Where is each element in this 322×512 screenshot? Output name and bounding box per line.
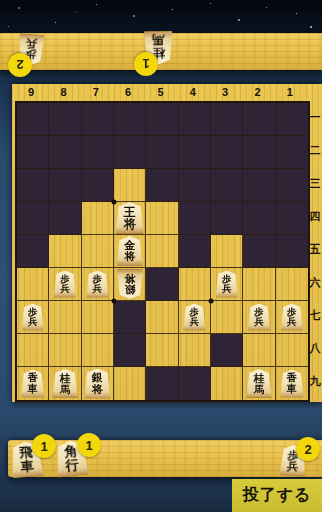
square-9-2 bbox=[17, 136, 49, 169]
file-label: 7 bbox=[80, 85, 112, 100]
square-6-1 bbox=[114, 103, 146, 136]
square-6-3[interactable] bbox=[114, 169, 146, 202]
square-4-4 bbox=[179, 202, 211, 235]
square-9-7[interactable]: 歩 兵 bbox=[17, 301, 49, 334]
square-9-4 bbox=[17, 202, 49, 235]
piece-G-sente[interactable]: 金 将 bbox=[117, 236, 143, 266]
square-1-2 bbox=[276, 136, 308, 169]
star-dot bbox=[310, 26, 312, 28]
square-7-7[interactable] bbox=[82, 301, 114, 334]
square-2-7[interactable]: 歩 兵 bbox=[243, 301, 275, 334]
square-3-3 bbox=[211, 169, 243, 202]
shogi-board: 987654321 一二三四五六七八九 王 将金 将歩 兵歩 兵銀 将歩 兵歩 … bbox=[12, 84, 322, 402]
square-6-8 bbox=[114, 334, 146, 367]
square-3-2 bbox=[211, 136, 243, 169]
file-label: 5 bbox=[144, 85, 176, 100]
rank-label: 八 bbox=[308, 332, 322, 365]
hoshi-dot bbox=[112, 200, 117, 205]
hand-count-badge: 2 bbox=[8, 53, 32, 77]
file-label: 2 bbox=[241, 85, 273, 100]
hoshi-dot bbox=[209, 299, 214, 304]
shogi-app: 987654321 一二三四五六七八九 王 将金 将歩 兵歩 兵銀 将歩 兵歩 … bbox=[0, 0, 322, 512]
rank-label: 五 bbox=[308, 233, 322, 266]
square-8-3 bbox=[49, 169, 81, 202]
file-label: 4 bbox=[177, 85, 209, 100]
file-label: 1 bbox=[274, 85, 306, 100]
square-1-8[interactable] bbox=[276, 334, 308, 367]
star-dot bbox=[266, 7, 267, 8]
square-4-5 bbox=[179, 235, 211, 268]
rank-label: 二 bbox=[308, 134, 322, 167]
square-1-9[interactable]: 香 車 bbox=[276, 367, 308, 400]
rank-label: 六 bbox=[308, 266, 322, 299]
piece-P-sente[interactable]: 歩 兵 bbox=[54, 271, 76, 298]
square-9-3 bbox=[17, 169, 49, 202]
file-label: 3 bbox=[209, 85, 241, 100]
square-2-2 bbox=[243, 136, 275, 169]
square-9-1 bbox=[17, 103, 49, 136]
file-label: 6 bbox=[112, 85, 144, 100]
star-dot bbox=[96, 4, 97, 5]
piece-L-sente[interactable]: 香 車 bbox=[21, 370, 44, 398]
square-2-9[interactable]: 桂 馬 bbox=[243, 367, 275, 400]
square-9-8[interactable] bbox=[17, 334, 49, 367]
square-7-5[interactable] bbox=[82, 235, 114, 268]
square-5-4[interactable] bbox=[146, 202, 178, 235]
square-6-6[interactable]: 銀 将 bbox=[114, 268, 146, 301]
square-7-9[interactable]: 銀 将 bbox=[82, 367, 114, 400]
square-3-8 bbox=[211, 334, 243, 367]
square-4-7[interactable]: 歩 兵 bbox=[179, 301, 211, 334]
square-9-6[interactable] bbox=[17, 268, 49, 301]
star-dot bbox=[8, 26, 9, 27]
board-grid: 王 将金 将歩 兵歩 兵銀 将歩 兵歩 兵歩 兵歩 兵歩 兵香 車桂 馬銀 将桂… bbox=[15, 101, 310, 402]
star-dot bbox=[172, 9, 173, 10]
rank-label: 四 bbox=[308, 200, 322, 233]
hand-count-badge: 1 bbox=[77, 433, 101, 457]
rank-label: 九 bbox=[308, 365, 322, 398]
hoshi-dot bbox=[112, 299, 117, 304]
rank-label: 七 bbox=[308, 299, 322, 332]
piece-N-sente[interactable]: 桂 馬 bbox=[52, 369, 77, 398]
piece-P-sente[interactable]: 歩 兵 bbox=[22, 304, 44, 331]
piece-S-gote[interactable]: 銀 将 bbox=[117, 269, 143, 299]
square-7-4[interactable] bbox=[82, 202, 114, 235]
square-1-6[interactable] bbox=[276, 268, 308, 301]
square-5-8[interactable] bbox=[146, 334, 178, 367]
square-4-1 bbox=[179, 103, 211, 136]
resign-button[interactable]: 投了する bbox=[232, 479, 322, 512]
square-1-3 bbox=[276, 169, 308, 202]
star-dot bbox=[76, 12, 77, 13]
rank-label: 三 bbox=[308, 167, 322, 200]
square-8-8[interactable] bbox=[49, 334, 81, 367]
piece-P-sente[interactable]: 歩 兵 bbox=[216, 271, 238, 298]
square-4-8[interactable] bbox=[179, 334, 211, 367]
square-2-1 bbox=[243, 103, 275, 136]
hand-sente-P[interactable]: 歩 兵2 bbox=[282, 447, 304, 474]
piece-P-sente[interactable]: 歩 兵 bbox=[248, 304, 270, 331]
square-2-3 bbox=[243, 169, 275, 202]
hand-sente-R[interactable]: 飛 車1 bbox=[13, 444, 40, 475]
file-label: 9 bbox=[15, 85, 47, 100]
hand-count-badge: 1 bbox=[32, 434, 56, 458]
square-2-4 bbox=[243, 202, 275, 235]
square-2-6[interactable] bbox=[243, 268, 275, 301]
square-1-4 bbox=[276, 202, 308, 235]
square-8-2 bbox=[49, 136, 81, 169]
square-8-6[interactable]: 歩 兵 bbox=[49, 268, 81, 301]
square-3-9[interactable] bbox=[211, 367, 243, 400]
piece-S-sente[interactable]: 銀 将 bbox=[84, 369, 110, 399]
square-7-1 bbox=[82, 103, 114, 136]
square-5-7[interactable] bbox=[146, 301, 178, 334]
square-6-5[interactable]: 金 将 bbox=[114, 235, 146, 268]
star-dot bbox=[55, 22, 56, 23]
square-8-5[interactable] bbox=[49, 235, 81, 268]
square-4-3 bbox=[179, 169, 211, 202]
square-3-7[interactable] bbox=[211, 301, 243, 334]
file-label: 8 bbox=[47, 85, 79, 100]
piece-P-sente[interactable]: 歩 兵 bbox=[183, 304, 205, 331]
square-6-9[interactable] bbox=[114, 367, 146, 400]
square-1-7[interactable]: 歩 兵 bbox=[276, 301, 308, 334]
square-5-2 bbox=[146, 136, 178, 169]
square-6-7 bbox=[114, 301, 146, 334]
piece-P-sente[interactable]: 歩 兵 bbox=[281, 304, 303, 331]
square-8-7[interactable] bbox=[49, 301, 81, 334]
star-dot bbox=[296, 13, 297, 14]
square-8-9[interactable]: 桂 馬 bbox=[49, 367, 81, 400]
square-5-3 bbox=[146, 169, 178, 202]
square-5-6 bbox=[146, 268, 178, 301]
square-7-3 bbox=[82, 169, 114, 202]
square-4-6[interactable] bbox=[179, 268, 211, 301]
square-6-4[interactable]: 王 将 bbox=[114, 202, 146, 235]
square-9-5 bbox=[17, 235, 49, 268]
hand-count-badge: 1 bbox=[134, 52, 158, 76]
square-7-6[interactable]: 歩 兵 bbox=[82, 268, 114, 301]
square-5-5[interactable] bbox=[146, 235, 178, 268]
piece-P-sente[interactable]: 歩 兵 bbox=[86, 271, 108, 298]
square-3-6[interactable]: 歩 兵 bbox=[211, 268, 243, 301]
file-labels: 987654321 bbox=[15, 85, 306, 100]
star-dot bbox=[18, 7, 20, 9]
square-1-1 bbox=[276, 103, 308, 136]
square-5-9 bbox=[146, 367, 178, 400]
square-4-9 bbox=[179, 367, 211, 400]
square-2-8[interactable] bbox=[243, 334, 275, 367]
hand-sente-B[interactable]: 角 行1 bbox=[58, 443, 85, 474]
piece-N-sente[interactable]: 桂 馬 bbox=[246, 369, 271, 398]
square-8-4 bbox=[49, 202, 81, 235]
square-4-2 bbox=[179, 136, 211, 169]
square-7-8[interactable] bbox=[82, 334, 114, 367]
square-2-5 bbox=[243, 235, 275, 268]
square-3-5[interactable] bbox=[211, 235, 243, 268]
square-6-2 bbox=[114, 136, 146, 169]
square-5-1 bbox=[146, 103, 178, 136]
star-dot bbox=[238, 19, 240, 21]
piece-L-sente[interactable]: 香 車 bbox=[280, 370, 303, 398]
hand-count-badge: 2 bbox=[296, 437, 320, 461]
star-dot bbox=[210, 3, 211, 4]
rank-labels: 一二三四五六七八九 bbox=[308, 101, 322, 398]
square-3-1 bbox=[211, 103, 243, 136]
piece-K-sente[interactable]: 王 将 bbox=[116, 202, 144, 234]
square-8-1 bbox=[49, 103, 81, 136]
hand-gote-P[interactable]: 歩 兵2 bbox=[20, 36, 42, 63]
hand-gote-N[interactable]: 桂 馬1 bbox=[146, 33, 171, 62]
square-7-2 bbox=[82, 136, 114, 169]
square-1-5 bbox=[276, 235, 308, 268]
star-dot bbox=[133, 15, 135, 17]
square-9-9[interactable]: 香 車 bbox=[17, 367, 49, 400]
rank-label: 一 bbox=[308, 101, 322, 134]
square-3-4 bbox=[211, 202, 243, 235]
